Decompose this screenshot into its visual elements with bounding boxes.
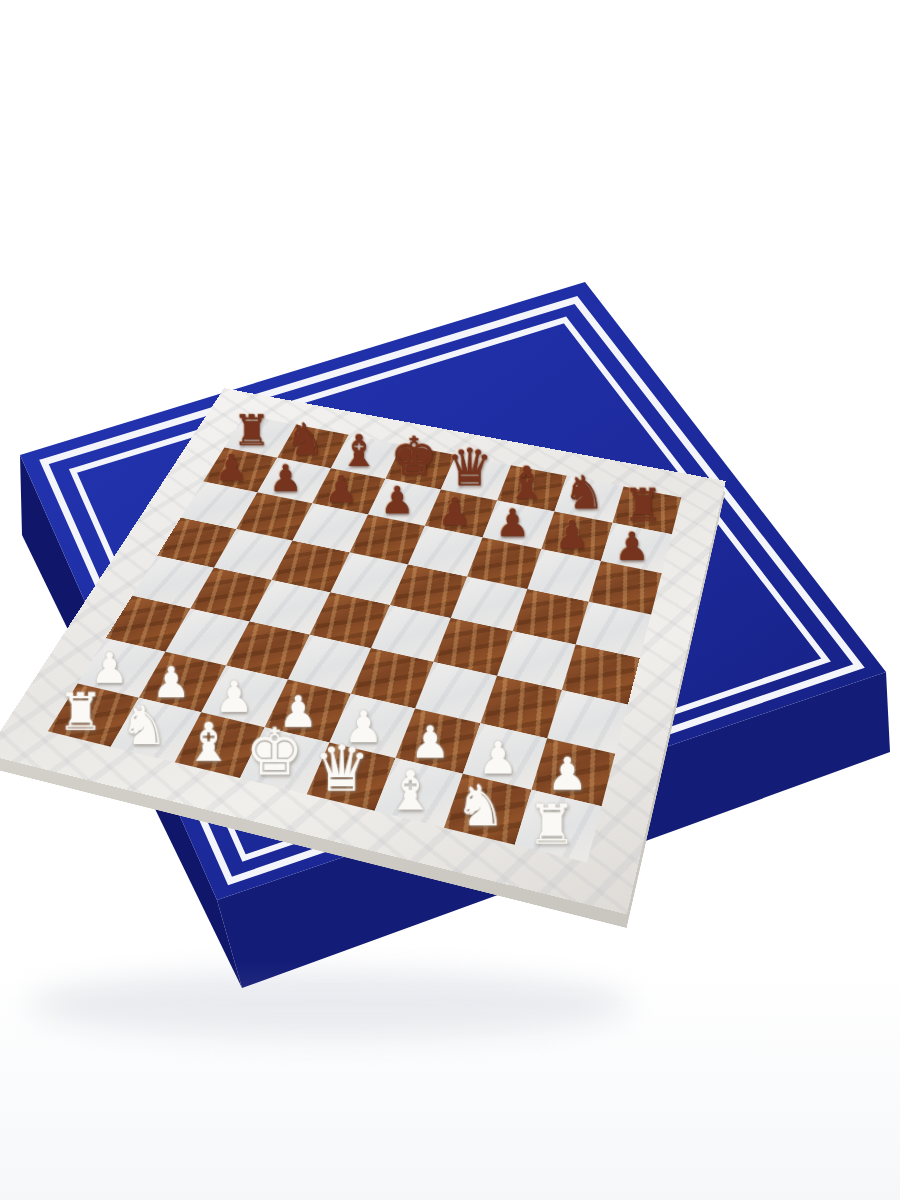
square-h1[interactable]: ♜	[515, 790, 602, 863]
piece-red-pawn[interactable]: ♟	[269, 460, 302, 497]
piece-red-rook[interactable]: ♜	[233, 410, 271, 452]
piece-red-pawn[interactable]: ♟	[614, 527, 649, 566]
piece-red-bishop[interactable]: ♝	[339, 429, 378, 473]
piece-red-king[interactable]: ♚	[390, 430, 438, 483]
piece-red-pawn[interactable]: ♟	[214, 449, 247, 486]
piece-red-pawn[interactable]: ♟	[495, 504, 529, 542]
piece-white-queen[interactable]: ♛	[313, 737, 370, 801]
piece-red-pawn[interactable]: ♟	[554, 515, 589, 554]
piece-white-rook[interactable]: ♜	[527, 797, 576, 852]
piece-white-pawn[interactable]: ♟	[547, 751, 588, 796]
piece-red-rook[interactable]: ♜	[622, 483, 662, 527]
piece-white-knight[interactable]: ♞	[454, 778, 505, 835]
product-photo-scene: ♜♞♝♚♛♝♞♜♟♟♟♟♟♟♟♟♟♟♟♟♟♟♟♟♜♞♝♚♛♝♞♜	[0, 0, 900, 1200]
piece-white-bishop[interactable]: ♝	[184, 715, 232, 768]
ground-shadow	[30, 971, 630, 1039]
piece-white-rook[interactable]: ♜	[57, 686, 103, 737]
piece-red-queen[interactable]: ♛	[446, 442, 492, 494]
piece-white-bishop[interactable]: ♝	[385, 762, 434, 817]
piece-red-pawn[interactable]: ♟	[324, 470, 357, 507]
square-g4[interactable]	[497, 631, 576, 690]
piece-red-bishop[interactable]: ♝	[506, 460, 546, 505]
square-g1[interactable]: ♞	[444, 774, 531, 845]
piece-white-knight[interactable]: ♞	[119, 699, 167, 753]
piece-red-knight[interactable]: ♞	[563, 470, 604, 516]
square-g5[interactable]	[513, 589, 589, 645]
piece-white-king[interactable]: ♚	[245, 719, 303, 784]
piece-red-knight[interactable]: ♞	[285, 418, 325, 462]
piece-red-pawn[interactable]: ♟	[437, 492, 471, 530]
piece-red-pawn[interactable]: ♟	[380, 481, 414, 519]
